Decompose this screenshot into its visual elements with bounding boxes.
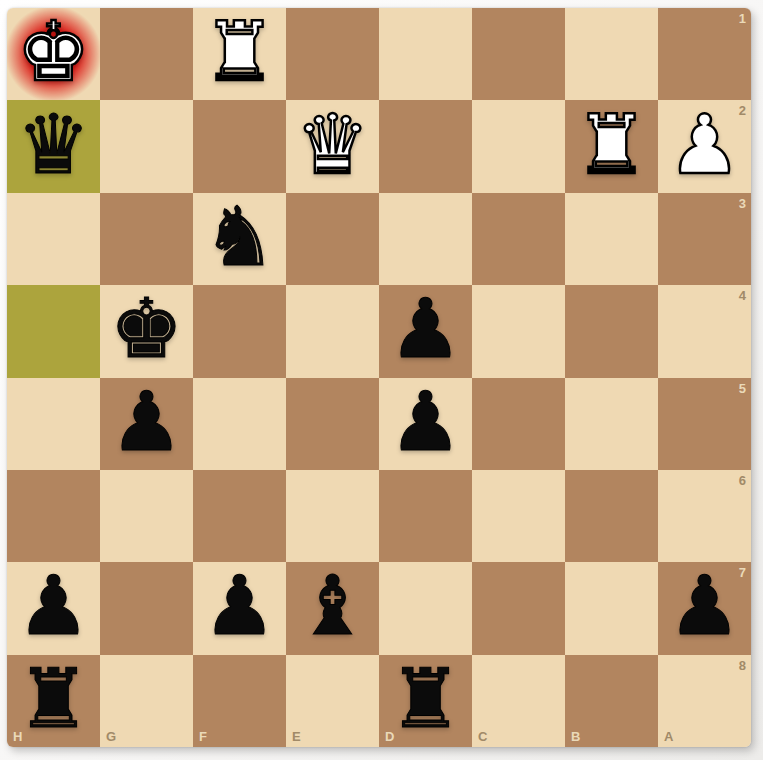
square-c6[interactable] — [472, 470, 565, 562]
square-c5[interactable] — [472, 378, 565, 470]
square-e8[interactable]: E — [286, 655, 379, 747]
rank-label: 7 — [739, 566, 746, 579]
square-f1[interactable]: ♜ — [193, 8, 286, 100]
square-g8[interactable]: G — [100, 655, 193, 747]
black-rook[interactable]: ♜ — [17, 658, 91, 740]
square-f7[interactable]: ♟ — [193, 562, 286, 654]
square-d1[interactable] — [379, 8, 472, 100]
square-e2[interactable]: ♛ — [286, 100, 379, 192]
file-label: A — [664, 730, 673, 743]
square-f8[interactable]: F — [193, 655, 286, 747]
black-pawn[interactable]: ♟ — [110, 381, 184, 463]
square-g2[interactable] — [100, 100, 193, 192]
square-h5[interactable] — [7, 378, 100, 470]
square-e6[interactable] — [286, 470, 379, 562]
square-d8[interactable]: ♜D — [379, 655, 472, 747]
square-a6[interactable]: 6 — [658, 470, 751, 562]
square-h3[interactable] — [7, 193, 100, 285]
square-b5[interactable] — [565, 378, 658, 470]
black-pawn[interactable]: ♟ — [17, 565, 91, 647]
square-d3[interactable] — [379, 193, 472, 285]
square-f2[interactable] — [193, 100, 286, 192]
square-g7[interactable] — [100, 562, 193, 654]
square-g5[interactable]: ♟ — [100, 378, 193, 470]
black-bishop[interactable]: ♝ — [296, 565, 370, 647]
square-c3[interactable] — [472, 193, 565, 285]
square-a8[interactable]: 8A — [658, 655, 751, 747]
square-b6[interactable] — [565, 470, 658, 562]
rank-label: 1 — [739, 12, 746, 25]
square-h1[interactable]: ♚ — [7, 8, 100, 100]
rank-label: 4 — [739, 289, 746, 302]
file-label: E — [292, 730, 301, 743]
square-d6[interactable] — [379, 470, 472, 562]
white-queen[interactable]: ♛ — [296, 104, 370, 186]
square-d4[interactable]: ♟ — [379, 285, 472, 377]
black-queen[interactable]: ♛ — [17, 104, 91, 186]
square-h6[interactable] — [7, 470, 100, 562]
chess-board: ♚♜1♛♛♜♟2♞3♚♟4♟♟56♟♟♝♟7♜HGFE♜DCB8A — [7, 8, 751, 747]
square-f4[interactable] — [193, 285, 286, 377]
file-label: F — [199, 730, 207, 743]
rank-label: 3 — [739, 197, 746, 210]
square-f5[interactable] — [193, 378, 286, 470]
square-e4[interactable] — [286, 285, 379, 377]
square-c8[interactable]: C — [472, 655, 565, 747]
file-label: G — [106, 730, 116, 743]
white-rook[interactable]: ♜ — [203, 11, 277, 93]
square-e5[interactable] — [286, 378, 379, 470]
square-g4[interactable]: ♚ — [100, 285, 193, 377]
square-a1[interactable]: 1 — [658, 8, 751, 100]
square-d7[interactable] — [379, 562, 472, 654]
square-f3[interactable]: ♞ — [193, 193, 286, 285]
rank-label: 2 — [739, 104, 746, 117]
square-c1[interactable] — [472, 8, 565, 100]
black-king[interactable]: ♚ — [110, 288, 184, 370]
square-h4[interactable] — [7, 285, 100, 377]
square-a3[interactable]: 3 — [658, 193, 751, 285]
square-h8[interactable]: ♜H — [7, 655, 100, 747]
black-pawn[interactable]: ♟ — [389, 381, 463, 463]
file-label: H — [13, 730, 22, 743]
square-b4[interactable] — [565, 285, 658, 377]
white-king[interactable]: ♚ — [17, 11, 91, 93]
file-label: B — [571, 730, 580, 743]
square-e3[interactable] — [286, 193, 379, 285]
square-h2[interactable]: ♛ — [7, 100, 100, 192]
square-c4[interactable] — [472, 285, 565, 377]
black-pawn[interactable]: ♟ — [203, 565, 277, 647]
square-a7[interactable]: ♟7 — [658, 562, 751, 654]
black-pawn[interactable]: ♟ — [389, 288, 463, 370]
white-pawn[interactable]: ♟ — [668, 104, 742, 186]
square-e1[interactable] — [286, 8, 379, 100]
square-c7[interactable] — [472, 562, 565, 654]
square-b1[interactable] — [565, 8, 658, 100]
file-label: D — [385, 730, 394, 743]
square-b3[interactable] — [565, 193, 658, 285]
white-rook[interactable]: ♜ — [575, 104, 649, 186]
rank-label: 6 — [739, 474, 746, 487]
rank-label: 5 — [739, 382, 746, 395]
square-e7[interactable]: ♝ — [286, 562, 379, 654]
square-d2[interactable] — [379, 100, 472, 192]
black-pawn[interactable]: ♟ — [668, 565, 742, 647]
square-b2[interactable]: ♜ — [565, 100, 658, 192]
square-b8[interactable]: B — [565, 655, 658, 747]
square-b7[interactable] — [565, 562, 658, 654]
square-c2[interactable] — [472, 100, 565, 192]
rank-label: 8 — [739, 659, 746, 672]
square-h7[interactable]: ♟ — [7, 562, 100, 654]
square-a2[interactable]: ♟2 — [658, 100, 751, 192]
page-background: ♚♜1♛♛♜♟2♞3♚♟4♟♟56♟♟♝♟7♜HGFE♜DCB8A — [0, 0, 763, 760]
file-label: C — [478, 730, 487, 743]
square-a4[interactable]: 4 — [658, 285, 751, 377]
square-d5[interactable]: ♟ — [379, 378, 472, 470]
square-f6[interactable] — [193, 470, 286, 562]
black-knight[interactable]: ♞ — [203, 196, 277, 278]
square-g1[interactable] — [100, 8, 193, 100]
square-g3[interactable] — [100, 193, 193, 285]
black-rook[interactable]: ♜ — [389, 658, 463, 740]
square-g6[interactable] — [100, 470, 193, 562]
square-a5[interactable]: 5 — [658, 378, 751, 470]
